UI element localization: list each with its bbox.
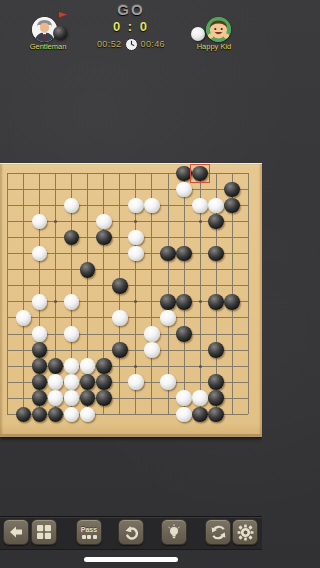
white-stone	[64, 294, 80, 310]
white-stone	[48, 390, 64, 406]
refresh-button[interactable]	[205, 519, 231, 545]
white-stone	[64, 358, 80, 374]
go-board[interactable]	[0, 163, 262, 437]
black-stone	[32, 342, 48, 358]
black-stone	[16, 407, 32, 423]
white-stone	[144, 326, 160, 342]
home-indicator[interactable]	[84, 557, 178, 562]
black-stone	[96, 374, 112, 390]
white-stone	[80, 358, 96, 374]
games-grid-button[interactable]	[31, 519, 57, 545]
white-stone	[176, 407, 192, 423]
pass-button-label: Pass	[81, 526, 97, 533]
grid-icon	[36, 524, 52, 540]
black-stone	[208, 390, 224, 406]
black-stone	[96, 358, 112, 374]
black-stone	[64, 230, 80, 246]
black-stone	[48, 358, 64, 374]
grid-line	[7, 285, 248, 286]
black-stone	[176, 246, 192, 262]
black-stone	[112, 278, 128, 294]
star-point	[134, 300, 137, 303]
black-stone	[176, 294, 192, 310]
grid-line	[23, 173, 24, 414]
white-stone	[32, 246, 48, 262]
black-stone	[224, 294, 240, 310]
star-point	[199, 220, 202, 223]
black-stone	[112, 342, 128, 358]
black-stone	[160, 246, 176, 262]
grid-line	[248, 173, 249, 414]
right-player-timer: 00:46	[141, 39, 166, 49]
light-bulb-icon	[166, 524, 182, 540]
right-player-name: Happy Kid	[174, 42, 254, 51]
black-stone	[80, 390, 96, 406]
pass-dots-icon	[82, 535, 97, 539]
white-stone	[128, 230, 144, 246]
grid-line	[7, 189, 248, 190]
black-stone	[160, 294, 176, 310]
black-stone	[208, 374, 224, 390]
black-stone	[176, 326, 192, 342]
pass-button[interactable]: Pass	[76, 519, 102, 545]
white-stone	[128, 374, 144, 390]
white-stone	[176, 390, 192, 406]
black-stone	[224, 182, 240, 198]
left-player-stone-indicator	[53, 26, 67, 40]
black-stone	[192, 407, 208, 423]
white-stone	[80, 407, 96, 423]
refresh-icon	[210, 524, 227, 541]
grid-line	[7, 173, 248, 174]
grid-line	[7, 269, 248, 270]
grid-line	[7, 173, 8, 414]
clock-icon	[125, 38, 138, 51]
star-point	[199, 300, 202, 303]
black-stone	[208, 294, 224, 310]
grid-line	[119, 173, 120, 414]
hint-button[interactable]	[161, 519, 187, 545]
black-stone	[96, 230, 112, 246]
black-stone	[208, 214, 224, 230]
black-stone	[32, 390, 48, 406]
white-stone	[208, 198, 224, 214]
white-stone	[64, 374, 80, 390]
white-stone	[32, 326, 48, 342]
last-move-marker	[190, 164, 210, 184]
white-stone	[112, 310, 128, 326]
white-stone	[176, 182, 192, 198]
turn-flag-icon	[56, 11, 68, 27]
white-stone	[192, 390, 208, 406]
back-button[interactable]	[3, 519, 29, 545]
black-stone	[32, 407, 48, 423]
black-stone	[80, 262, 96, 278]
undo-button[interactable]	[118, 519, 144, 545]
white-stone	[128, 246, 144, 262]
back-arrow-icon	[8, 524, 24, 540]
white-stone	[64, 326, 80, 342]
right-player-stone-indicator	[191, 27, 205, 41]
star-point	[134, 220, 137, 223]
white-stone	[64, 198, 80, 214]
page-title: GO	[0, 1, 262, 18]
star-point	[199, 365, 202, 368]
star-point	[54, 220, 57, 223]
black-stone	[208, 407, 224, 423]
left-player-name: Gentleman	[8, 42, 88, 51]
white-stone	[128, 198, 144, 214]
black-stone	[224, 198, 240, 214]
white-stone	[160, 374, 176, 390]
black-stone	[48, 407, 64, 423]
white-stone	[160, 310, 176, 326]
white-stone	[32, 214, 48, 230]
black-stone	[96, 390, 112, 406]
white-stone	[48, 374, 64, 390]
grid-line	[7, 317, 248, 318]
black-stone	[32, 358, 48, 374]
white-stone	[64, 407, 80, 423]
white-stone	[144, 198, 160, 214]
gear-icon	[237, 524, 254, 541]
white-stone	[64, 390, 80, 406]
left-player-timer: 00:52	[97, 39, 122, 49]
black-stone	[208, 342, 224, 358]
white-stone	[96, 214, 112, 230]
white-stone	[192, 198, 208, 214]
star-point	[54, 300, 57, 303]
right-player-avatar	[206, 17, 231, 42]
black-stone	[80, 374, 96, 390]
undo-arrow-icon	[123, 524, 140, 541]
white-stone	[16, 310, 32, 326]
star-point	[134, 365, 137, 368]
white-stone	[32, 294, 48, 310]
settings-button[interactable]	[232, 519, 258, 545]
black-stone	[32, 374, 48, 390]
black-stone	[208, 246, 224, 262]
white-stone	[144, 342, 160, 358]
